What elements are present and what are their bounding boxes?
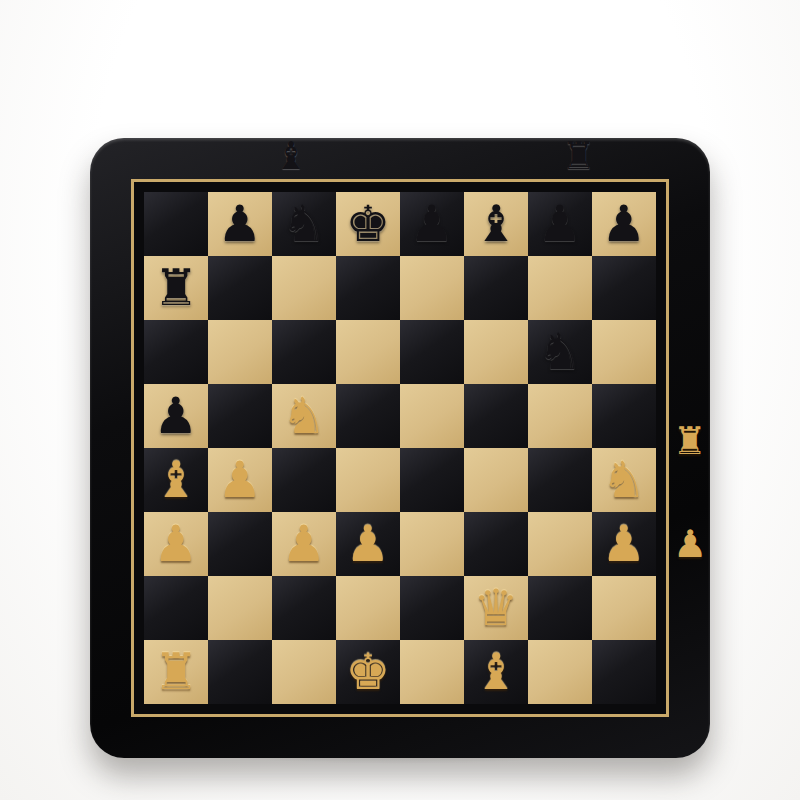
square-c8: ♞ — [272, 192, 336, 256]
square-e6 — [400, 320, 464, 384]
square-h3: ♟ — [592, 512, 656, 576]
square-a3: ♟ — [144, 512, 208, 576]
square-h8: ♟ — [592, 192, 656, 256]
square-e5 — [400, 384, 464, 448]
white-pawn-c3: ♟ — [272, 512, 336, 576]
white-queen-f2: ♛ — [464, 576, 528, 640]
square-a2 — [144, 576, 208, 640]
square-g3 — [528, 512, 592, 576]
square-g4 — [528, 448, 592, 512]
square-g1 — [528, 640, 592, 704]
white-knight-h4: ♞ — [592, 448, 656, 512]
white-pawn-b4: ♟ — [208, 448, 272, 512]
square-c3: ♟ — [272, 512, 336, 576]
chess-board: ♟♞♚♟♝♟♟♜♞♟♞♝♟♞♟♟♟♟♛♜♚♝ — [144, 192, 656, 704]
square-b3 — [208, 512, 272, 576]
square-f3 — [464, 512, 528, 576]
square-c2 — [272, 576, 336, 640]
square-h4: ♞ — [592, 448, 656, 512]
black-pawn-g8: ♟ — [528, 192, 592, 256]
square-a5: ♟ — [144, 384, 208, 448]
black-bishop-f8: ♝ — [464, 192, 528, 256]
black-pawn-e8: ♟ — [400, 192, 464, 256]
square-d7 — [336, 256, 400, 320]
square-c4 — [272, 448, 336, 512]
off-board-black-rook: ♜ — [557, 134, 601, 178]
white-king-d1: ♚ — [336, 640, 400, 704]
square-h2 — [592, 576, 656, 640]
black-knight-c8: ♞ — [272, 192, 336, 256]
square-d4 — [336, 448, 400, 512]
off-board-white-pawn: ♟ — [668, 522, 712, 566]
square-b4: ♟ — [208, 448, 272, 512]
black-pawn-a5: ♟ — [144, 384, 208, 448]
square-g8: ♟ — [528, 192, 592, 256]
square-e2 — [400, 576, 464, 640]
white-rook-a1: ♜ — [144, 640, 208, 704]
white-pawn-a3: ♟ — [144, 512, 208, 576]
square-c1 — [272, 640, 336, 704]
square-h5 — [592, 384, 656, 448]
square-e4 — [400, 448, 464, 512]
square-a1: ♜ — [144, 640, 208, 704]
square-h1 — [592, 640, 656, 704]
square-d8: ♚ — [336, 192, 400, 256]
square-f8: ♝ — [464, 192, 528, 256]
square-e8: ♟ — [400, 192, 464, 256]
white-bishop-a4: ♝ — [144, 448, 208, 512]
square-b6 — [208, 320, 272, 384]
square-g6: ♞ — [528, 320, 592, 384]
square-a4: ♝ — [144, 448, 208, 512]
square-g5 — [528, 384, 592, 448]
white-knight-c5: ♞ — [272, 384, 336, 448]
black-knight-g6: ♞ — [528, 320, 592, 384]
square-h7 — [592, 256, 656, 320]
square-f1: ♝ — [464, 640, 528, 704]
square-g7 — [528, 256, 592, 320]
square-e3 — [400, 512, 464, 576]
chess-set-photo: ♟♞♚♟♝♟♟♜♞♟♞♝♟♞♟♟♟♟♛♜♚♝ ♝♜♜♟ — [0, 0, 800, 800]
off-board-black-bishop: ♝ — [269, 134, 313, 178]
black-rook-a7: ♜ — [144, 256, 208, 320]
square-d1: ♚ — [336, 640, 400, 704]
off-board-white-rook: ♜ — [668, 419, 712, 463]
square-d5 — [336, 384, 400, 448]
square-a8 — [144, 192, 208, 256]
square-c5: ♞ — [272, 384, 336, 448]
square-a7: ♜ — [144, 256, 208, 320]
black-pawn-b8: ♟ — [208, 192, 272, 256]
black-king-d8: ♚ — [336, 192, 400, 256]
square-b2 — [208, 576, 272, 640]
white-pawn-h3: ♟ — [592, 512, 656, 576]
square-e1 — [400, 640, 464, 704]
black-pawn-h8: ♟ — [592, 192, 656, 256]
square-h6 — [592, 320, 656, 384]
square-f4 — [464, 448, 528, 512]
square-f2: ♛ — [464, 576, 528, 640]
square-b5 — [208, 384, 272, 448]
square-e7 — [400, 256, 464, 320]
board-maple-inlay-border: ♟♞♚♟♝♟♟♜♞♟♞♝♟♞♟♟♟♟♛♜♚♝ — [131, 179, 669, 717]
square-d2 — [336, 576, 400, 640]
square-f6 — [464, 320, 528, 384]
square-f5 — [464, 384, 528, 448]
white-bishop-f1: ♝ — [464, 640, 528, 704]
white-pawn-d3: ♟ — [336, 512, 400, 576]
chess-board-frame: ♟♞♚♟♝♟♟♜♞♟♞♝♟♞♟♟♟♟♛♜♚♝ ♝♜♜♟ — [90, 138, 710, 758]
square-b7 — [208, 256, 272, 320]
square-a6 — [144, 320, 208, 384]
square-d6 — [336, 320, 400, 384]
square-b8: ♟ — [208, 192, 272, 256]
square-d3: ♟ — [336, 512, 400, 576]
square-c6 — [272, 320, 336, 384]
square-g2 — [528, 576, 592, 640]
square-f7 — [464, 256, 528, 320]
square-b1 — [208, 640, 272, 704]
square-c7 — [272, 256, 336, 320]
